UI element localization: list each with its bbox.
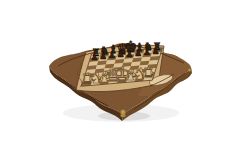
front-clasp-icon <box>120 109 125 114</box>
side-hinge-icon <box>188 68 191 71</box>
product-photo: ♜♞♝♛♚♝♞♜♟♟♟♟♟♟♟♟♟♟♟♟♟♟♟♟♜♞♝♛♚♝♞♜ <box>0 0 240 150</box>
front-clasp-hook-icon <box>121 114 126 117</box>
